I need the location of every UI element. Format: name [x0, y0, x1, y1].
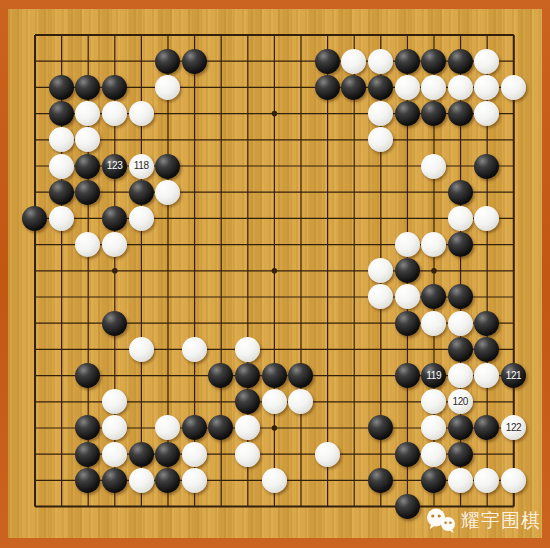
intersection-17-4[interactable] — [447, 101, 474, 127]
intersection-13-11[interactable] — [341, 284, 368, 310]
intersection-7-2[interactable] — [181, 48, 208, 74]
intersection-1-19[interactable] — [22, 493, 49, 519]
intersection-13-4[interactable] — [341, 101, 368, 127]
intersection-1-10[interactable] — [22, 258, 49, 284]
intersection-11-8[interactable] — [287, 205, 314, 231]
intersection-11-1[interactable] — [287, 22, 314, 48]
intersection-7-13[interactable] — [181, 336, 208, 362]
intersection-9-16[interactable] — [234, 415, 261, 441]
intersection-2-8[interactable] — [48, 205, 75, 231]
intersection-5-13[interactable] — [128, 336, 155, 362]
intersection-1-2[interactable] — [22, 48, 49, 74]
intersection-5-1[interactable] — [128, 22, 155, 48]
intersection-8-17[interactable] — [208, 441, 235, 467]
intersection-14-1[interactable] — [367, 22, 394, 48]
intersection-7-14[interactable] — [181, 362, 208, 388]
intersection-15-18[interactable] — [394, 467, 421, 493]
intersection-9-2[interactable] — [234, 48, 261, 74]
intersection-16-12[interactable] — [420, 310, 447, 336]
intersection-18-11[interactable] — [474, 284, 501, 310]
intersection-15-15[interactable] — [394, 389, 421, 415]
intersection-11-18[interactable] — [287, 467, 314, 493]
intersection-12-5[interactable] — [314, 127, 341, 153]
intersection-8-2[interactable] — [208, 48, 235, 74]
intersection-19-2[interactable] — [500, 48, 527, 74]
intersection-2-9[interactable] — [48, 232, 75, 258]
intersection-1-18[interactable] — [22, 467, 49, 493]
intersection-19-12[interactable] — [500, 310, 527, 336]
intersection-3-11[interactable] — [75, 284, 102, 310]
intersection-2-6[interactable] — [48, 153, 75, 179]
intersection-10-9[interactable] — [261, 232, 288, 258]
intersection-6-18[interactable] — [154, 467, 181, 493]
intersection-18-10[interactable] — [474, 258, 501, 284]
intersection-8-10[interactable] — [208, 258, 235, 284]
intersection-1-4[interactable] — [22, 101, 49, 127]
intersection-16-7[interactable] — [420, 179, 447, 205]
intersection-4-15[interactable] — [101, 389, 128, 415]
intersection-10-5[interactable] — [261, 127, 288, 153]
intersection-11-3[interactable] — [287, 74, 314, 100]
intersection-8-13[interactable] — [208, 336, 235, 362]
intersection-13-10[interactable] — [341, 258, 368, 284]
intersection-7-8[interactable] — [181, 205, 208, 231]
intersection-18-7[interactable] — [474, 179, 501, 205]
intersection-8-18[interactable] — [208, 467, 235, 493]
intersection-12-9[interactable] — [314, 232, 341, 258]
intersection-14-16[interactable] — [367, 415, 394, 441]
intersection-15-4[interactable] — [394, 101, 421, 127]
intersection-2-17[interactable] — [48, 441, 75, 467]
intersection-15-17[interactable] — [394, 441, 421, 467]
intersection-17-9[interactable] — [447, 232, 474, 258]
intersection-8-12[interactable] — [208, 310, 235, 336]
intersection-17-6[interactable] — [447, 153, 474, 179]
intersection-12-12[interactable] — [314, 310, 341, 336]
intersection-12-16[interactable] — [314, 415, 341, 441]
intersection-2-10[interactable] — [48, 258, 75, 284]
intersection-14-19[interactable] — [367, 493, 394, 519]
intersection-3-19[interactable] — [75, 493, 102, 519]
intersection-4-6[interactable]: 123 — [101, 153, 128, 179]
intersection-19-3[interactable] — [500, 74, 527, 100]
intersection-12-8[interactable] — [314, 205, 341, 231]
intersection-18-13[interactable] — [474, 336, 501, 362]
intersection-13-1[interactable] — [341, 22, 368, 48]
intersection-5-14[interactable] — [128, 362, 155, 388]
intersection-16-1[interactable] — [420, 22, 447, 48]
intersection-10-1[interactable] — [261, 22, 288, 48]
intersection-7-11[interactable] — [181, 284, 208, 310]
intersection-17-5[interactable] — [447, 127, 474, 153]
intersection-3-18[interactable] — [75, 467, 102, 493]
intersection-1-5[interactable] — [22, 127, 49, 153]
intersection-14-11[interactable] — [367, 284, 394, 310]
intersection-8-6[interactable] — [208, 153, 235, 179]
intersection-10-8[interactable] — [261, 205, 288, 231]
intersection-4-1[interactable] — [101, 22, 128, 48]
intersection-8-7[interactable] — [208, 179, 235, 205]
intersection-17-11[interactable] — [447, 284, 474, 310]
intersection-11-2[interactable] — [287, 48, 314, 74]
intersection-10-7[interactable] — [261, 179, 288, 205]
intersection-16-8[interactable] — [420, 205, 447, 231]
intersection-4-7[interactable] — [101, 179, 128, 205]
intersection-2-11[interactable] — [48, 284, 75, 310]
intersection-11-10[interactable] — [287, 258, 314, 284]
intersection-15-7[interactable] — [394, 179, 421, 205]
intersection-17-8[interactable] — [447, 205, 474, 231]
intersection-15-16[interactable] — [394, 415, 421, 441]
intersection-3-16[interactable] — [75, 415, 102, 441]
intersection-13-13[interactable] — [341, 336, 368, 362]
intersection-19-10[interactable] — [500, 258, 527, 284]
intersection-9-12[interactable] — [234, 310, 261, 336]
intersection-19-15[interactable] — [500, 389, 527, 415]
intersection-7-3[interactable] — [181, 74, 208, 100]
intersection-17-13[interactable] — [447, 336, 474, 362]
intersection-17-3[interactable] — [447, 74, 474, 100]
intersection-14-12[interactable] — [367, 310, 394, 336]
intersection-1-11[interactable] — [22, 284, 49, 310]
intersection-2-15[interactable] — [48, 389, 75, 415]
intersection-4-18[interactable] — [101, 467, 128, 493]
intersection-1-16[interactable] — [22, 415, 49, 441]
intersection-8-4[interactable] — [208, 101, 235, 127]
intersection-12-3[interactable] — [314, 74, 341, 100]
intersection-19-9[interactable] — [500, 232, 527, 258]
intersection-17-7[interactable] — [447, 179, 474, 205]
intersection-5-4[interactable] — [128, 101, 155, 127]
intersection-8-8[interactable] — [208, 205, 235, 231]
intersection-7-7[interactable] — [181, 179, 208, 205]
intersection-8-3[interactable] — [208, 74, 235, 100]
intersection-7-6[interactable] — [181, 153, 208, 179]
intersection-12-1[interactable] — [314, 22, 341, 48]
intersection-6-12[interactable] — [154, 310, 181, 336]
intersection-10-15[interactable] — [261, 389, 288, 415]
intersection-6-1[interactable] — [154, 22, 181, 48]
intersection-9-10[interactable] — [234, 258, 261, 284]
intersection-4-2[interactable] — [101, 48, 128, 74]
intersection-11-5[interactable] — [287, 127, 314, 153]
intersection-9-19[interactable] — [234, 493, 261, 519]
intersection-6-15[interactable] — [154, 389, 181, 415]
intersection-15-1[interactable] — [394, 22, 421, 48]
intersection-13-9[interactable] — [341, 232, 368, 258]
intersection-15-12[interactable] — [394, 310, 421, 336]
intersection-19-11[interactable] — [500, 284, 527, 310]
intersection-8-16[interactable] — [208, 415, 235, 441]
intersection-5-2[interactable] — [128, 48, 155, 74]
intersection-10-19[interactable] — [261, 493, 288, 519]
intersection-7-16[interactable] — [181, 415, 208, 441]
intersection-15-6[interactable] — [394, 153, 421, 179]
intersection-6-7[interactable] — [154, 179, 181, 205]
intersection-9-13[interactable] — [234, 336, 261, 362]
intersection-6-19[interactable] — [154, 493, 181, 519]
intersection-4-8[interactable] — [101, 205, 128, 231]
intersection-11-9[interactable] — [287, 232, 314, 258]
intersection-6-3[interactable] — [154, 74, 181, 100]
intersection-9-4[interactable] — [234, 101, 261, 127]
intersection-12-15[interactable] — [314, 389, 341, 415]
intersection-13-5[interactable] — [341, 127, 368, 153]
intersection-3-17[interactable] — [75, 441, 102, 467]
intersection-18-2[interactable] — [474, 48, 501, 74]
intersection-7-17[interactable] — [181, 441, 208, 467]
intersection-4-4[interactable] — [101, 101, 128, 127]
intersection-3-8[interactable] — [75, 205, 102, 231]
intersection-2-1[interactable] — [48, 22, 75, 48]
intersection-19-4[interactable] — [500, 101, 527, 127]
intersection-16-2[interactable] — [420, 48, 447, 74]
intersection-12-18[interactable] — [314, 467, 341, 493]
intersection-2-2[interactable] — [48, 48, 75, 74]
intersection-4-10[interactable] — [101, 258, 128, 284]
intersection-7-1[interactable] — [181, 22, 208, 48]
intersection-15-2[interactable] — [394, 48, 421, 74]
intersection-15-5[interactable] — [394, 127, 421, 153]
intersection-12-2[interactable] — [314, 48, 341, 74]
intersection-1-8[interactable] — [22, 205, 49, 231]
intersection-2-3[interactable] — [48, 74, 75, 100]
intersection-10-11[interactable] — [261, 284, 288, 310]
intersection-1-6[interactable] — [22, 153, 49, 179]
intersection-16-5[interactable] — [420, 127, 447, 153]
intersection-8-5[interactable] — [208, 127, 235, 153]
intersection-3-5[interactable] — [75, 127, 102, 153]
intersection-14-8[interactable] — [367, 205, 394, 231]
intersection-4-9[interactable] — [101, 232, 128, 258]
intersection-18-15[interactable] — [474, 389, 501, 415]
intersection-16-19[interactable] — [420, 493, 447, 519]
intersection-11-13[interactable] — [287, 336, 314, 362]
intersection-9-8[interactable] — [234, 205, 261, 231]
intersection-1-3[interactable] — [22, 74, 49, 100]
intersection-14-15[interactable] — [367, 389, 394, 415]
intersection-2-7[interactable] — [48, 179, 75, 205]
intersection-19-1[interactable] — [500, 22, 527, 48]
intersection-6-11[interactable] — [154, 284, 181, 310]
intersection-3-3[interactable] — [75, 74, 102, 100]
intersection-5-5[interactable] — [128, 127, 155, 153]
intersection-16-6[interactable] — [420, 153, 447, 179]
intersection-3-4[interactable] — [75, 101, 102, 127]
intersection-13-14[interactable] — [341, 362, 368, 388]
intersection-15-11[interactable] — [394, 284, 421, 310]
intersection-14-6[interactable] — [367, 153, 394, 179]
intersection-12-11[interactable] — [314, 284, 341, 310]
intersection-7-4[interactable] — [181, 101, 208, 127]
intersection-19-16[interactable]: 122 — [500, 415, 527, 441]
intersection-6-8[interactable] — [154, 205, 181, 231]
intersection-7-15[interactable] — [181, 389, 208, 415]
intersection-5-9[interactable] — [128, 232, 155, 258]
intersection-2-5[interactable] — [48, 127, 75, 153]
intersection-16-18[interactable] — [420, 467, 447, 493]
intersection-4-19[interactable] — [101, 493, 128, 519]
intersection-13-19[interactable] — [341, 493, 368, 519]
intersection-12-4[interactable] — [314, 101, 341, 127]
intersection-1-17[interactable] — [22, 441, 49, 467]
intersection-1-9[interactable] — [22, 232, 49, 258]
intersection-16-4[interactable] — [420, 101, 447, 127]
intersection-14-17[interactable] — [367, 441, 394, 467]
intersection-13-17[interactable] — [341, 441, 368, 467]
intersection-17-19[interactable] — [447, 493, 474, 519]
intersection-9-11[interactable] — [234, 284, 261, 310]
intersection-16-14[interactable]: 119 — [420, 362, 447, 388]
intersection-13-6[interactable] — [341, 153, 368, 179]
intersection-4-3[interactable] — [101, 74, 128, 100]
intersection-15-13[interactable] — [394, 336, 421, 362]
intersection-7-9[interactable] — [181, 232, 208, 258]
intersection-6-5[interactable] — [154, 127, 181, 153]
intersection-4-13[interactable] — [101, 336, 128, 362]
intersection-16-13[interactable] — [420, 336, 447, 362]
intersection-1-7[interactable] — [22, 179, 49, 205]
intersection-16-11[interactable] — [420, 284, 447, 310]
intersection-3-10[interactable] — [75, 258, 102, 284]
intersection-1-13[interactable] — [22, 336, 49, 362]
intersection-19-8[interactable] — [500, 205, 527, 231]
intersection-6-13[interactable] — [154, 336, 181, 362]
intersection-15-14[interactable] — [394, 362, 421, 388]
intersection-9-3[interactable] — [234, 74, 261, 100]
intersection-11-14[interactable] — [287, 362, 314, 388]
intersection-10-13[interactable] — [261, 336, 288, 362]
intersection-13-15[interactable] — [341, 389, 368, 415]
intersection-16-3[interactable] — [420, 74, 447, 100]
intersection-1-12[interactable] — [22, 310, 49, 336]
intersection-14-2[interactable] — [367, 48, 394, 74]
intersection-5-16[interactable] — [128, 415, 155, 441]
intersection-5-6[interactable]: 118 — [128, 153, 155, 179]
intersection-3-12[interactable] — [75, 310, 102, 336]
intersection-6-10[interactable] — [154, 258, 181, 284]
intersection-12-14[interactable] — [314, 362, 341, 388]
intersection-4-16[interactable] — [101, 415, 128, 441]
intersection-15-9[interactable] — [394, 232, 421, 258]
intersection-5-10[interactable] — [128, 258, 155, 284]
intersection-5-19[interactable] — [128, 493, 155, 519]
intersection-9-17[interactable] — [234, 441, 261, 467]
intersection-12-17[interactable] — [314, 441, 341, 467]
intersection-4-5[interactable] — [101, 127, 128, 153]
intersection-15-3[interactable] — [394, 74, 421, 100]
intersection-13-18[interactable] — [341, 467, 368, 493]
intersection-15-10[interactable] — [394, 258, 421, 284]
intersection-19-18[interactable] — [500, 467, 527, 493]
intersection-13-8[interactable] — [341, 205, 368, 231]
intersection-8-11[interactable] — [208, 284, 235, 310]
intersection-8-9[interactable] — [208, 232, 235, 258]
intersection-18-4[interactable] — [474, 101, 501, 127]
intersection-7-5[interactable] — [181, 127, 208, 153]
intersection-17-18[interactable] — [447, 467, 474, 493]
intersection-13-2[interactable] — [341, 48, 368, 74]
intersection-18-8[interactable] — [474, 205, 501, 231]
intersection-2-16[interactable] — [48, 415, 75, 441]
intersection-5-7[interactable] — [128, 179, 155, 205]
intersection-10-3[interactable] — [261, 74, 288, 100]
intersection-7-19[interactable] — [181, 493, 208, 519]
intersection-6-17[interactable] — [154, 441, 181, 467]
intersection-10-2[interactable] — [261, 48, 288, 74]
intersection-10-4[interactable] — [261, 101, 288, 127]
intersection-1-14[interactable] — [22, 362, 49, 388]
intersection-2-13[interactable] — [48, 336, 75, 362]
intersection-11-7[interactable] — [287, 179, 314, 205]
intersection-8-1[interactable] — [208, 22, 235, 48]
intersection-12-6[interactable] — [314, 153, 341, 179]
intersection-10-17[interactable] — [261, 441, 288, 467]
intersection-6-14[interactable] — [154, 362, 181, 388]
intersection-4-14[interactable] — [101, 362, 128, 388]
intersection-3-1[interactable] — [75, 22, 102, 48]
intersection-9-7[interactable] — [234, 179, 261, 205]
intersection-19-17[interactable] — [500, 441, 527, 467]
intersection-8-19[interactable] — [208, 493, 235, 519]
intersection-19-7[interactable] — [500, 179, 527, 205]
intersection-17-12[interactable] — [447, 310, 474, 336]
intersection-6-16[interactable] — [154, 415, 181, 441]
intersection-18-1[interactable] — [474, 22, 501, 48]
intersection-3-9[interactable] — [75, 232, 102, 258]
intersection-1-15[interactable] — [22, 389, 49, 415]
intersection-3-2[interactable] — [75, 48, 102, 74]
intersection-17-15[interactable]: 120 — [447, 389, 474, 415]
intersection-17-17[interactable] — [447, 441, 474, 467]
intersection-8-15[interactable] — [208, 389, 235, 415]
intersection-5-11[interactable] — [128, 284, 155, 310]
intersection-14-9[interactable] — [367, 232, 394, 258]
intersection-3-15[interactable] — [75, 389, 102, 415]
intersection-7-12[interactable] — [181, 310, 208, 336]
intersection-13-16[interactable] — [341, 415, 368, 441]
intersection-16-9[interactable] — [420, 232, 447, 258]
intersection-11-4[interactable] — [287, 101, 314, 127]
intersection-2-18[interactable] — [48, 467, 75, 493]
intersection-14-18[interactable] — [367, 467, 394, 493]
intersection-17-2[interactable] — [447, 48, 474, 74]
intersection-3-13[interactable] — [75, 336, 102, 362]
intersection-18-18[interactable] — [474, 467, 501, 493]
intersection-2-19[interactable] — [48, 493, 75, 519]
intersection-9-18[interactable] — [234, 467, 261, 493]
intersection-11-16[interactable] — [287, 415, 314, 441]
intersection-12-19[interactable] — [314, 493, 341, 519]
intersection-11-17[interactable] — [287, 441, 314, 467]
intersection-6-4[interactable] — [154, 101, 181, 127]
intersection-14-5[interactable] — [367, 127, 394, 153]
intersection-7-10[interactable] — [181, 258, 208, 284]
intersection-10-10[interactable] — [261, 258, 288, 284]
intersection-10-14[interactable] — [261, 362, 288, 388]
intersection-4-17[interactable] — [101, 441, 128, 467]
intersection-5-18[interactable] — [128, 467, 155, 493]
intersection-5-17[interactable] — [128, 441, 155, 467]
intersection-17-16[interactable] — [447, 415, 474, 441]
intersection-5-8[interactable] — [128, 205, 155, 231]
intersection-13-7[interactable] — [341, 179, 368, 205]
intersection-13-3[interactable] — [341, 74, 368, 100]
intersection-3-7[interactable] — [75, 179, 102, 205]
intersection-14-7[interactable] — [367, 179, 394, 205]
intersection-18-16[interactable] — [474, 415, 501, 441]
intersection-11-12[interactable] — [287, 310, 314, 336]
